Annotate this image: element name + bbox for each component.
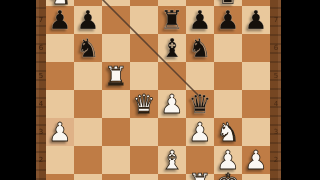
square-d7: [130, 6, 158, 34]
rank-label-3-rightside: 3: [271, 128, 281, 136]
square-e7: ♜: [158, 6, 186, 34]
white-king-icon: ♚: [214, 169, 242, 180]
white-bishop-icon: ♝: [158, 146, 186, 174]
black-pawn-icon: ♟: [46, 6, 74, 34]
black-pawn-icon: ♟: [214, 6, 242, 34]
square-e3: [158, 118, 186, 146]
white-rook-icon: ♜: [186, 169, 214, 180]
black-bishop-icon: ♝: [158, 34, 186, 62]
black-pawn-icon: ♟: [242, 6, 270, 34]
square-d1: [130, 174, 158, 180]
square-f7: ♟: [186, 6, 214, 34]
white-knight-icon: ♞: [214, 118, 242, 146]
square-c2: [102, 146, 130, 174]
square-e5: [158, 62, 186, 90]
square-d2: [130, 146, 158, 174]
square-b1: [74, 174, 102, 180]
letterbox-right: [281, 0, 320, 180]
square-b4: [74, 90, 102, 118]
square-a6: [46, 34, 74, 62]
white-pawn-icon: ♟: [242, 146, 270, 174]
square-b3: [74, 118, 102, 146]
square-b2: [74, 146, 102, 174]
square-d6: [130, 34, 158, 62]
square-a1: [46, 174, 74, 180]
square-f5: [186, 62, 214, 90]
square-h5: [242, 62, 270, 90]
square-h2: ♟: [242, 146, 270, 174]
square-a7: ♟: [46, 6, 74, 34]
square-e4: ♟: [158, 90, 186, 118]
square-d4: ♛: [130, 90, 158, 118]
square-e2: ♝: [158, 146, 186, 174]
square-a4: [46, 90, 74, 118]
square-h4: [242, 90, 270, 118]
letterbox-left: [0, 0, 36, 180]
white-pawn-icon: ♟: [158, 90, 186, 118]
square-f1: ♜: [186, 174, 214, 180]
square-b7: ♟: [74, 6, 102, 34]
rank-label-7-leftside: 7: [36, 16, 46, 24]
black-pawn-icon: ♟: [186, 6, 214, 34]
white-rook-icon: ♜: [102, 62, 130, 90]
rank-label-2-rightside: 2: [271, 156, 281, 164]
black-knight-icon: ♞: [74, 34, 102, 62]
square-d3: [130, 118, 158, 146]
black-rook-icon: ♜: [158, 6, 186, 34]
square-g3: ♞: [214, 118, 242, 146]
rank-label-4-leftside: 4: [36, 100, 46, 108]
white-pawn-icon: ♟: [186, 118, 214, 146]
square-g1: ♚: [214, 174, 242, 180]
square-f4: ♛: [186, 90, 214, 118]
rank-label-2-leftside: 2: [36, 156, 46, 164]
square-g4: [214, 90, 242, 118]
rank-label-5-rightside: 5: [271, 72, 281, 80]
square-g7: ♟: [214, 6, 242, 34]
square-d5: [130, 62, 158, 90]
square-h6: [242, 34, 270, 62]
square-f6: ♞: [186, 34, 214, 62]
square-e6: ♝: [158, 34, 186, 62]
rank-label-4-rightside: 4: [271, 100, 281, 108]
square-h7: ♟: [242, 6, 270, 34]
black-knight-icon: ♞: [186, 34, 214, 62]
square-c4: [102, 90, 130, 118]
black-queen-icon: ♛: [186, 90, 214, 118]
black-pawn-icon: ♟: [74, 6, 102, 34]
square-g6: [214, 34, 242, 62]
white-pawn-icon: ♟: [46, 118, 74, 146]
square-c6: [102, 34, 130, 62]
rank-label-5-leftside: 5: [36, 72, 46, 80]
rank-label-3-leftside: 3: [36, 128, 46, 136]
video-frame: ♞♚♟♟♜♟♟♟♞♝♞♜♛♟♛♟♟♞♝♟♟♜♚ 776655443322: [0, 0, 320, 180]
white-queen-icon: ♛: [130, 90, 158, 118]
square-f3: ♟: [186, 118, 214, 146]
square-a3: ♟: [46, 118, 74, 146]
chess-board: ♞♚♟♟♜♟♟♟♞♝♞♜♛♟♛♟♟♞♝♟♟♜♚: [46, 0, 270, 180]
square-c5: ♜: [102, 62, 130, 90]
square-g5: [214, 62, 242, 90]
square-c7: [102, 6, 130, 34]
square-b5: [74, 62, 102, 90]
rank-label-6-rightside: 6: [271, 44, 281, 52]
square-b6: ♞: [74, 34, 102, 62]
rank-label-7-rightside: 7: [271, 16, 281, 24]
square-c1: [102, 174, 130, 180]
rank-label-6-leftside: 6: [36, 44, 46, 52]
square-a5: [46, 62, 74, 90]
square-c3: [102, 118, 130, 146]
square-h3: [242, 118, 270, 146]
square-a2: [46, 146, 74, 174]
